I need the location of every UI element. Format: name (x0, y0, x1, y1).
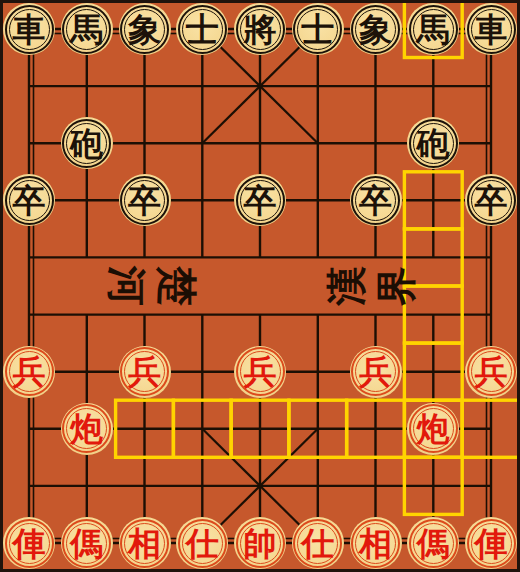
piece-label: 卒 (13, 184, 46, 217)
piece-label: 兵 (128, 355, 161, 388)
piece-label: 象 (359, 13, 392, 46)
piece-label: 卒 (244, 184, 277, 217)
piece-label: 卒 (359, 184, 392, 217)
piece-black-e4[interactable]: 卒 (234, 174, 286, 226)
piece-label: 馬 (70, 13, 103, 46)
piece-label: 仕 (186, 527, 219, 560)
piece-label: 砲 (417, 127, 450, 160)
river-label-right: 漢界 (326, 266, 416, 306)
piece-black-f1[interactable]: 士 (292, 3, 344, 55)
piece-red-b10[interactable]: 傌 (61, 517, 113, 569)
piece-label: 仕 (301, 527, 334, 560)
river-char: 河 (107, 266, 147, 306)
piece-red-f10[interactable]: 仕 (292, 517, 344, 569)
piece-label: 卒 (475, 184, 508, 217)
piece-red-d10[interactable]: 仕 (176, 517, 228, 569)
piece-label: 炮 (417, 412, 450, 445)
piece-label: 車 (475, 13, 508, 46)
piece-label: 士 (186, 13, 219, 46)
piece-black-b3[interactable]: 砲 (61, 117, 113, 169)
piece-black-i1[interactable]: 車 (465, 3, 517, 55)
piece-label: 帥 (244, 527, 277, 560)
piece-red-h10[interactable]: 傌 (407, 517, 459, 569)
river-char: 界 (376, 266, 416, 306)
piece-black-d1[interactable]: 士 (176, 3, 228, 55)
piece-label: 相 (128, 527, 161, 560)
piece-black-a4[interactable]: 卒 (3, 174, 55, 226)
piece-label: 俥 (475, 527, 508, 560)
piece-red-e7[interactable]: 兵 (234, 346, 286, 398)
piece-label: 俥 (13, 527, 46, 560)
piece-red-c10[interactable]: 相 (119, 517, 171, 569)
piece-label: 傌 (417, 527, 450, 560)
piece-black-h1[interactable]: 馬 (407, 3, 459, 55)
board-grid (0, 0, 520, 572)
piece-black-c4[interactable]: 卒 (119, 174, 171, 226)
piece-label: 士 (301, 13, 334, 46)
river-char: 楚 (157, 266, 197, 306)
piece-black-a1[interactable]: 車 (3, 3, 55, 55)
piece-red-g7[interactable]: 兵 (350, 346, 402, 398)
piece-black-b1[interactable]: 馬 (61, 3, 113, 55)
piece-label: 車 (13, 13, 46, 46)
piece-red-i10[interactable]: 俥 (465, 517, 517, 569)
piece-label: 兵 (359, 355, 392, 388)
board-grid-holder (0, 0, 520, 572)
piece-red-c7[interactable]: 兵 (119, 346, 171, 398)
piece-black-i4[interactable]: 卒 (465, 174, 517, 226)
piece-label: 卒 (128, 184, 161, 217)
piece-black-c1[interactable]: 象 (119, 3, 171, 55)
piece-red-e10[interactable]: 帥 (234, 517, 286, 569)
piece-red-g10[interactable]: 相 (350, 517, 402, 569)
piece-red-i7[interactable]: 兵 (465, 346, 517, 398)
piece-label: 兵 (475, 355, 508, 388)
piece-black-e1[interactable]: 將 (234, 3, 286, 55)
piece-black-g1[interactable]: 象 (350, 3, 402, 55)
piece-label: 將 (244, 13, 277, 46)
piece-red-a7[interactable]: 兵 (3, 346, 55, 398)
piece-label: 傌 (70, 527, 103, 560)
piece-red-a10[interactable]: 俥 (3, 517, 55, 569)
piece-red-h8[interactable]: 炮 (407, 403, 459, 455)
piece-black-g4[interactable]: 卒 (350, 174, 402, 226)
piece-label: 相 (359, 527, 392, 560)
piece-label: 砲 (70, 127, 103, 160)
river-label-left: 河楚 (107, 266, 197, 306)
xiangqi-app: 河楚 漢界 車馬象士將士象馬車砲砲卒卒卒卒卒兵兵兵兵兵炮炮俥傌相仕帥仕相傌俥 (0, 0, 520, 572)
piece-label: 炮 (70, 412, 103, 445)
piece-red-b8[interactable]: 炮 (61, 403, 113, 455)
piece-label: 象 (128, 13, 161, 46)
piece-label: 兵 (13, 355, 46, 388)
river-char: 漢 (326, 266, 366, 306)
piece-label: 馬 (417, 13, 450, 46)
piece-label: 兵 (244, 355, 277, 388)
